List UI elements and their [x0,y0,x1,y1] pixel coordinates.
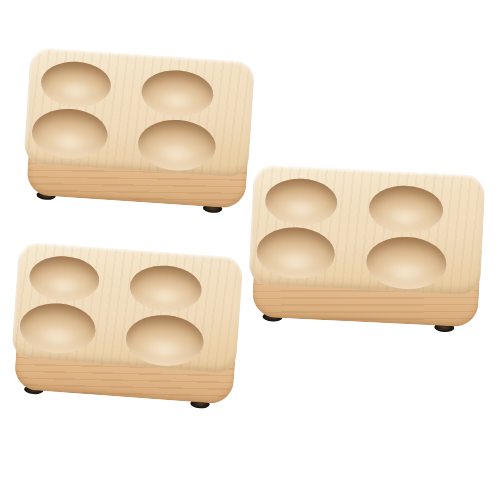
round-recess [137,118,218,173]
product-photo [0,0,500,500]
round-recess [140,68,215,118]
wooden-tray-right [246,164,485,333]
wooden-tray-bottom-left [8,241,244,410]
round-recess [256,226,336,281]
tray-top-surface [23,47,255,178]
wooden-tray-top-left [21,47,256,215]
round-recess [365,235,447,291]
tray-top-surface [11,241,244,374]
round-recess [128,263,203,314]
round-recess [124,313,205,369]
round-recess [40,60,113,109]
round-recess [28,254,101,304]
round-recess [264,177,338,226]
round-recess [30,107,109,161]
round-recess [18,301,97,356]
tray-top-surface [248,164,486,295]
round-recess [368,184,444,235]
